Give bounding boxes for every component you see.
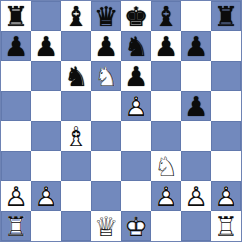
square-d4[interactable]	[91, 121, 121, 151]
black-knight-fill: ♞	[61, 61, 91, 91]
square-g2[interactable]: ♟♙	[181, 181, 211, 211]
black-bishop-fill: ♝	[151, 1, 181, 31]
square-e6[interactable]: ♟	[121, 61, 151, 91]
black-pawn-icon: ♟	[31, 31, 61, 61]
white-pawn-icon: ♟♙	[1, 181, 31, 211]
square-c6[interactable]: ♞	[61, 61, 91, 91]
square-f2[interactable]: ♟♙	[151, 181, 181, 211]
square-d7[interactable]: ♟	[91, 31, 121, 61]
square-d3[interactable]	[91, 151, 121, 181]
black-knight-icon: ♞	[121, 31, 151, 61]
white-rook-outline: ♖	[211, 211, 241, 241]
white-knight-icon: ♞♘	[91, 61, 121, 91]
white-pawn-icon: ♟♙	[151, 181, 181, 211]
square-f6[interactable]	[151, 61, 181, 91]
white-king-icon: ♚♔	[121, 211, 151, 241]
square-g7[interactable]: ♟	[181, 31, 211, 61]
square-h7[interactable]	[211, 31, 241, 61]
square-c4[interactable]: ♝♗	[61, 121, 91, 151]
square-b5[interactable]	[31, 91, 61, 121]
square-e3[interactable]	[121, 151, 151, 181]
square-a1[interactable]: ♜♖	[1, 211, 31, 241]
black-knight-icon: ♞	[61, 61, 91, 91]
white-queen-icon: ♛♕	[91, 211, 121, 241]
square-d8[interactable]: ♛	[91, 1, 121, 31]
black-queen-fill: ♛	[91, 1, 121, 31]
square-h3[interactable]	[211, 151, 241, 181]
black-bishop-icon: ♝	[61, 1, 91, 31]
black-pawn-fill: ♟	[31, 31, 61, 61]
white-knight-outline: ♘	[91, 61, 121, 91]
white-pawn-outline: ♙	[121, 91, 151, 121]
black-pawn-fill: ♟	[181, 31, 211, 61]
square-f3[interactable]: ♞♘	[151, 151, 181, 181]
black-pawn-icon: ♟	[181, 31, 211, 61]
black-pawn-fill: ♟	[1, 31, 31, 61]
black-queen-icon: ♛	[91, 1, 121, 31]
square-e4[interactable]	[121, 121, 151, 151]
white-pawn-outline: ♙	[1, 181, 31, 211]
black-rook-fill: ♜	[211, 1, 241, 31]
black-rook-icon: ♜	[1, 1, 31, 31]
square-e1[interactable]: ♚♔	[121, 211, 151, 241]
white-king-outline: ♔	[121, 211, 151, 241]
square-d6[interactable]: ♞♘	[91, 61, 121, 91]
black-knight-fill: ♞	[121, 31, 151, 61]
white-pawn-outline: ♙	[31, 181, 61, 211]
square-a2[interactable]: ♟♙	[1, 181, 31, 211]
square-c2[interactable]	[61, 181, 91, 211]
black-pawn-fill: ♟	[181, 91, 211, 121]
square-b2[interactable]: ♟♙	[31, 181, 61, 211]
white-pawn-icon: ♟♙	[181, 181, 211, 211]
square-f5[interactable]	[151, 91, 181, 121]
white-pawn-outline: ♙	[151, 181, 181, 211]
square-h8[interactable]: ♜	[211, 1, 241, 31]
square-d5[interactable]	[91, 91, 121, 121]
white-pawn-outline: ♙	[211, 181, 241, 211]
black-pawn-icon: ♟	[91, 31, 121, 61]
square-c3[interactable]	[61, 151, 91, 181]
black-pawn-icon: ♟	[151, 31, 181, 61]
square-h2[interactable]: ♟♙	[211, 181, 241, 211]
white-knight-outline: ♘	[151, 151, 181, 181]
white-knight-icon: ♞♘	[151, 151, 181, 181]
white-queen-outline: ♕	[91, 211, 121, 241]
black-pawn-icon: ♟	[181, 91, 211, 121]
square-e5[interactable]: ♟♙	[121, 91, 151, 121]
black-rook-icon: ♜	[211, 1, 241, 31]
square-b8[interactable]	[31, 1, 61, 31]
black-bishop-icon: ♝	[151, 1, 181, 31]
white-bishop-icon: ♝♗	[61, 121, 91, 151]
white-pawn-outline: ♙	[181, 181, 211, 211]
square-g1[interactable]	[181, 211, 211, 241]
square-c1[interactable]	[61, 211, 91, 241]
square-g8[interactable]	[181, 1, 211, 31]
square-a3[interactable]	[1, 151, 31, 181]
square-f4[interactable]	[151, 121, 181, 151]
chess-board: ♜♝♛♚♝♜♟♟♟♞♟♟♞♞♘♟♟♙♟♝♗♞♘♟♙♟♙♟♙♟♙♟♙♜♖♛♕♚♔♜…	[0, 0, 242, 242]
black-pawn-fill: ♟	[121, 61, 151, 91]
square-e8[interactable]: ♚	[121, 1, 151, 31]
black-pawn-fill: ♟	[91, 31, 121, 61]
black-king-fill: ♚	[121, 1, 151, 31]
black-king-icon: ♚	[121, 1, 151, 31]
white-pawn-icon: ♟♙	[121, 91, 151, 121]
square-f1[interactable]	[151, 211, 181, 241]
white-pawn-icon: ♟♙	[211, 181, 241, 211]
square-b6[interactable]	[31, 61, 61, 91]
square-g4[interactable]	[181, 121, 211, 151]
square-a4[interactable]	[1, 121, 31, 151]
white-rook-icon: ♜♖	[1, 211, 31, 241]
square-c5[interactable]	[61, 91, 91, 121]
square-c7[interactable]	[61, 31, 91, 61]
square-a6[interactable]	[1, 61, 31, 91]
white-rook-icon: ♜♖	[211, 211, 241, 241]
square-h1[interactable]: ♜♖	[211, 211, 241, 241]
square-b1[interactable]	[31, 211, 61, 241]
black-pawn-fill: ♟	[151, 31, 181, 61]
square-a5[interactable]	[1, 91, 31, 121]
square-d1[interactable]: ♛♕	[91, 211, 121, 241]
square-f8[interactable]: ♝	[151, 1, 181, 31]
square-a8[interactable]: ♜	[1, 1, 31, 31]
white-bishop-outline: ♗	[61, 121, 91, 151]
square-f7[interactable]: ♟	[151, 31, 181, 61]
black-pawn-icon: ♟	[1, 31, 31, 61]
square-b4[interactable]	[31, 121, 61, 151]
square-h6[interactable]	[211, 61, 241, 91]
square-b7[interactable]: ♟	[31, 31, 61, 61]
square-g6[interactable]	[181, 61, 211, 91]
square-b3[interactable]	[31, 151, 61, 181]
square-h5[interactable]	[211, 91, 241, 121]
square-c8[interactable]: ♝	[61, 1, 91, 31]
black-rook-fill: ♜	[1, 1, 31, 31]
white-rook-outline: ♖	[1, 211, 31, 241]
square-e7[interactable]: ♞	[121, 31, 151, 61]
square-d2[interactable]	[91, 181, 121, 211]
white-pawn-icon: ♟♙	[31, 181, 61, 211]
black-bishop-fill: ♝	[61, 1, 91, 31]
square-g5[interactable]: ♟	[181, 91, 211, 121]
square-a7[interactable]: ♟	[1, 31, 31, 61]
square-e2[interactable]	[121, 181, 151, 211]
black-pawn-icon: ♟	[121, 61, 151, 91]
square-h4[interactable]	[211, 121, 241, 151]
square-g3[interactable]	[181, 151, 211, 181]
